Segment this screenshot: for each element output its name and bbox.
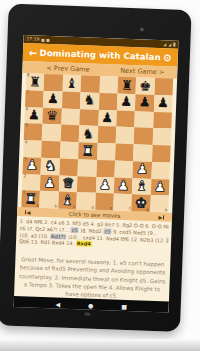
square-b7[interactable]: ♟ bbox=[43, 91, 62, 108]
square-f7[interactable]: ♟ bbox=[117, 93, 136, 110]
piece-white-r-a1[interactable]: ♜ bbox=[24, 192, 37, 206]
piece-black-r-f8[interactable]: ♜ bbox=[121, 78, 134, 92]
status-time: 17:19 bbox=[26, 37, 39, 42]
square-f8[interactable]: ♜ bbox=[117, 77, 136, 94]
square-e8[interactable] bbox=[99, 76, 118, 93]
square-b6[interactable]: ♛ bbox=[43, 107, 62, 124]
square-h2[interactable]: ♟ bbox=[150, 178, 169, 195]
file-label: b bbox=[54, 204, 57, 208]
square-g2[interactable]: ♝ bbox=[132, 178, 151, 195]
piece-white-p-b2[interactable]: ♟ bbox=[43, 176, 56, 190]
square-c4[interactable] bbox=[60, 142, 79, 159]
piece-black-r-a8[interactable]: ♜ bbox=[29, 75, 42, 89]
piece-black-p-g7[interactable]: ♟ bbox=[138, 96, 151, 110]
piece-black-p-e6[interactable]: ♟ bbox=[101, 111, 114, 125]
square-e4[interactable] bbox=[97, 143, 116, 160]
square-e2[interactable]: ♟ bbox=[95, 176, 114, 193]
settings-gear-icon[interactable]: ⚙ bbox=[163, 52, 172, 63]
piece-black-b-c8[interactable]: ♝ bbox=[66, 76, 79, 90]
square-g8[interactable]: ♚ bbox=[136, 77, 155, 94]
piece-black-p-a6[interactable]: ♟ bbox=[28, 108, 41, 122]
file-label: h bbox=[165, 208, 168, 212]
piece-white-n-b3[interactable]: ♞ bbox=[44, 159, 57, 173]
file-label: g bbox=[146, 207, 149, 211]
square-a5[interactable]: 5 bbox=[24, 123, 43, 140]
piece-white-r-d4[interactable]: ♜ bbox=[81, 144, 94, 158]
square-d1[interactable]: d bbox=[76, 192, 95, 209]
square-e3[interactable] bbox=[96, 160, 115, 177]
page-title: Dominating with Catalan bbox=[37, 48, 163, 63]
square-d3[interactable] bbox=[78, 159, 97, 176]
file-label: c bbox=[73, 205, 75, 209]
file-label: f bbox=[129, 207, 131, 211]
square-b5[interactable] bbox=[42, 124, 61, 141]
square-h3[interactable] bbox=[151, 162, 170, 179]
square-d2[interactable] bbox=[77, 176, 96, 193]
rank-label: 4 bbox=[25, 140, 28, 144]
wifi-icon bbox=[163, 43, 166, 46]
square-h7[interactable]: ♟ bbox=[154, 95, 173, 112]
piece-white-q-c2[interactable]: ♛ bbox=[62, 177, 75, 191]
piece-white-k-g1[interactable]: ♚ bbox=[135, 196, 148, 210]
rank-label: 6 bbox=[26, 107, 29, 111]
square-e1[interactable]: e bbox=[95, 193, 114, 210]
square-b2[interactable]: ♟ bbox=[40, 174, 59, 191]
file-label: e bbox=[110, 206, 113, 210]
android-back-icon[interactable]: ◀ bbox=[55, 301, 60, 307]
square-c6[interactable] bbox=[61, 108, 80, 125]
square-f3[interactable] bbox=[114, 160, 133, 177]
click-to-see-moves-label[interactable]: Click to see moves bbox=[69, 210, 121, 218]
square-e7[interactable] bbox=[98, 93, 117, 110]
square-a2[interactable]: 2 bbox=[22, 174, 41, 191]
rank-label: 7 bbox=[26, 90, 29, 94]
square-g5[interactable] bbox=[134, 127, 153, 144]
move-token-highlighted[interactable]: Rxd4 bbox=[76, 240, 92, 247]
square-a7[interactable]: 7 bbox=[25, 90, 44, 107]
piece-white-p-h2[interactable]: ♟ bbox=[154, 180, 167, 194]
piece-black-k-g8[interactable]: ♚ bbox=[139, 79, 152, 93]
square-g4[interactable] bbox=[133, 144, 152, 161]
square-c2[interactable]: ♛ bbox=[59, 175, 78, 192]
front-camera-icon bbox=[140, 27, 144, 31]
rank-label: 2 bbox=[23, 174, 26, 178]
move-token-highlighted[interactable]: N4b3?! bbox=[166, 237, 168, 244]
square-g6[interactable] bbox=[135, 111, 154, 128]
piece-black-q-b6[interactable]: ♛ bbox=[46, 109, 59, 123]
square-f6[interactable] bbox=[116, 110, 135, 127]
android-recents-icon[interactable]: ■ bbox=[121, 304, 127, 310]
square-f2[interactable]: ♟ bbox=[114, 177, 133, 194]
square-d7[interactable]: ♞ bbox=[80, 92, 99, 109]
move-token-highlighted[interactable]: Rd1?! bbox=[50, 233, 67, 240]
notification-icon bbox=[41, 38, 44, 41]
rank-label: 5 bbox=[25, 123, 28, 127]
square-a3[interactable]: 3♟ bbox=[23, 157, 42, 174]
square-a4[interactable]: 4 bbox=[23, 140, 42, 157]
piece-white-p-g3[interactable]: ♟ bbox=[136, 163, 149, 177]
move-token[interactable]: Qb6 13. Rd1 Bxd4 14. bbox=[19, 238, 76, 246]
square-d5[interactable]: ♞ bbox=[79, 125, 98, 142]
square-e6[interactable]: ♟ bbox=[98, 109, 117, 126]
status-spacer bbox=[49, 40, 160, 44]
square-a8[interactable]: 8♜ bbox=[26, 73, 45, 90]
square-d4[interactable]: ♜ bbox=[78, 142, 97, 159]
rank-label: 8 bbox=[27, 73, 30, 77]
piece-white-p-a3[interactable]: ♟ bbox=[26, 159, 39, 173]
chess-board[interactable]: 8♜♝♜♚7♟♞♟♟♟6♟♛♟5♞4♜3♟♞♟2♟♛♟♟♝♟1a♜bc♝defg… bbox=[21, 73, 173, 212]
android-home-icon[interactable]: ● bbox=[88, 302, 93, 308]
square-h1[interactable]: h bbox=[150, 195, 169, 212]
piece-black-n-d7[interactable]: ♞ bbox=[83, 94, 96, 108]
rank-label: 3 bbox=[24, 157, 27, 161]
piece-black-n-d5[interactable]: ♞ bbox=[82, 127, 95, 141]
square-h8[interactable] bbox=[154, 78, 173, 95]
square-a6[interactable]: 6♟ bbox=[24, 107, 43, 124]
square-e5[interactable] bbox=[97, 126, 116, 143]
next-game-button[interactable]: Next Game > bbox=[120, 67, 164, 77]
rank-label: 1 bbox=[23, 190, 26, 194]
square-b1[interactable]: b bbox=[40, 191, 59, 208]
surface-shadow bbox=[0, 339, 200, 351]
skip-to-start-button[interactable]: ◀ bbox=[25, 209, 31, 215]
tablet-device: 17:19 ← Dominating with Catalan ⚙ < Prev… bbox=[0, 4, 192, 332]
square-f1[interactable]: f bbox=[113, 194, 132, 211]
photo-background: 17:19 ← Dominating with Catalan ⚙ < Prev… bbox=[0, 0, 200, 351]
piece-black-p-f7[interactable]: ♟ bbox=[120, 95, 133, 109]
square-c3[interactable] bbox=[59, 158, 78, 175]
square-g7[interactable]: ♟ bbox=[135, 94, 154, 111]
piece-white-p-f2[interactable]: ♟ bbox=[117, 179, 130, 193]
square-b4[interactable] bbox=[42, 141, 61, 158]
square-c8[interactable]: ♝ bbox=[62, 75, 81, 92]
battery-icon bbox=[173, 43, 176, 47]
square-h4[interactable] bbox=[152, 145, 171, 162]
square-a1[interactable]: 1a♜ bbox=[21, 190, 40, 207]
piece-black-p-h7[interactable]: ♟ bbox=[157, 96, 170, 110]
square-c1[interactable]: c♝ bbox=[58, 192, 77, 209]
square-h5[interactable] bbox=[152, 128, 171, 145]
bezel-logo-dot bbox=[84, 313, 90, 316]
annotation-text: Great Move, for several reasons: 1. e5 c… bbox=[14, 246, 171, 302]
piece-black-p-b7[interactable]: ♟ bbox=[47, 92, 60, 106]
square-d8[interactable] bbox=[81, 75, 100, 92]
square-c7[interactable] bbox=[62, 91, 81, 108]
square-c5[interactable] bbox=[60, 125, 79, 142]
skip-to-end-button[interactable]: ▶ bbox=[159, 214, 165, 220]
square-g1[interactable]: g♚ bbox=[131, 194, 150, 211]
file-label: a bbox=[36, 203, 39, 207]
app-screen: 17:19 ← Dominating with Catalan ⚙ < Prev… bbox=[14, 35, 179, 312]
square-d6[interactable] bbox=[79, 109, 98, 126]
notification-icon bbox=[46, 38, 49, 41]
square-f5[interactable] bbox=[116, 127, 135, 144]
file-label: d bbox=[91, 205, 94, 209]
piece-white-p-e2[interactable]: ♟ bbox=[99, 178, 112, 192]
piece-white-b-g2[interactable]: ♝ bbox=[135, 179, 148, 193]
square-b3[interactable]: ♞ bbox=[41, 158, 60, 175]
square-h6[interactable] bbox=[153, 111, 172, 128]
square-f4[interactable] bbox=[115, 144, 134, 161]
move-token[interactable]: )8. Nbd2 bbox=[79, 227, 104, 234]
square-g3[interactable]: ♟ bbox=[133, 161, 152, 178]
piece-white-b-c1[interactable]: ♝ bbox=[61, 193, 74, 207]
signal-icon bbox=[168, 43, 171, 46]
square-b8[interactable] bbox=[44, 74, 63, 91]
prev-game-button[interactable]: < Prev Game bbox=[46, 64, 89, 74]
move-token-highlighted[interactable]: c5 bbox=[103, 228, 111, 234]
